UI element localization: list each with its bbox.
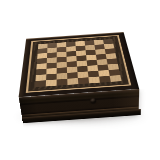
square-b2 xyxy=(46,74,57,81)
maple-inlay-border xyxy=(26,35,132,93)
chessboard xyxy=(35,39,122,87)
board-lid xyxy=(19,32,140,97)
square-d3 xyxy=(67,67,78,73)
square-g1 xyxy=(99,76,111,83)
square-b4 xyxy=(47,63,57,69)
walnut-margin xyxy=(30,37,126,90)
square-c3 xyxy=(57,67,67,73)
square-g2 xyxy=(98,70,109,77)
square-h2 xyxy=(109,69,121,76)
square-e4 xyxy=(77,60,88,66)
square-f2 xyxy=(88,71,99,78)
drawer-knob-icon xyxy=(90,98,96,103)
square-d1 xyxy=(67,78,78,85)
square-f4 xyxy=(87,60,98,66)
square-h3 xyxy=(108,64,119,70)
case-front-drawer xyxy=(19,89,140,122)
square-f3 xyxy=(87,65,98,71)
square-h1 xyxy=(110,75,122,82)
square-d4 xyxy=(67,61,77,67)
square-g3 xyxy=(97,64,108,70)
square-a3 xyxy=(36,69,47,75)
square-f1 xyxy=(88,77,99,84)
square-b3 xyxy=(46,68,56,74)
perspective-wrap xyxy=(11,0,143,127)
square-c2 xyxy=(57,73,68,80)
square-c1 xyxy=(57,79,68,86)
square-e1 xyxy=(78,77,89,84)
square-d2 xyxy=(67,72,78,79)
chess-box xyxy=(0,0,160,160)
square-c4 xyxy=(57,62,67,68)
product-photo xyxy=(0,0,160,160)
square-b1 xyxy=(46,80,57,87)
square-h4 xyxy=(107,58,118,64)
square-a1 xyxy=(35,80,46,87)
square-a4 xyxy=(36,63,46,69)
square-a2 xyxy=(35,74,46,81)
square-g4 xyxy=(97,59,108,65)
square-e3 xyxy=(77,66,88,72)
square-e2 xyxy=(77,71,88,78)
